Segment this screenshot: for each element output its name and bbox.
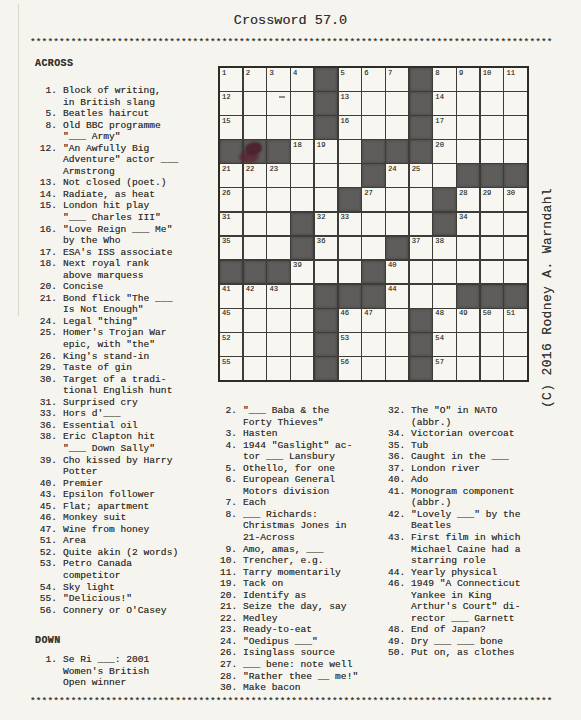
grid-cell-black [220, 140, 242, 163]
grid-cell-black [481, 164, 503, 187]
clue-number: 21. [35, 293, 57, 305]
grid-cell[interactable] [386, 333, 408, 356]
pencil-mark-artifact [279, 96, 285, 98]
clue-number: 10. [220, 555, 237, 567]
grid-cell[interactable] [315, 261, 337, 284]
grid-cell[interactable] [386, 357, 408, 380]
grid-cell[interactable]: 42 [244, 285, 266, 308]
clue: 8.Old BBC programme "___ Army" [35, 120, 221, 143]
cell-number: 43 [269, 285, 278, 293]
grid-cell[interactable]: 54 [433, 333, 455, 356]
grid-cell[interactable]: 31 [220, 213, 242, 236]
grid-cell[interactable] [291, 188, 313, 211]
clue-text: King's stand-in [63, 351, 149, 363]
grid-cell[interactable] [244, 188, 266, 211]
clue-number: 24. [35, 316, 57, 328]
grid-cell[interactable]: 56 [339, 357, 361, 380]
grid-cell-black [315, 309, 337, 332]
grid-cell[interactable] [267, 116, 289, 139]
clue-number: 34. [388, 428, 405, 440]
grid-cell[interactable] [362, 357, 384, 380]
clue: 50.Put on, as clothes [388, 647, 556, 659]
grid-cell[interactable] [504, 213, 526, 236]
grid-cell[interactable] [481, 237, 503, 260]
grid-cell[interactable] [386, 116, 408, 139]
clue-text: Block of writing, in British slang [63, 85, 161, 108]
clue-text: End of Japan? [411, 624, 486, 636]
cell-number: 55 [222, 358, 231, 366]
clue-number: 30. [35, 374, 57, 386]
grid-cell[interactable] [433, 261, 455, 284]
grid-cell-black [410, 116, 432, 139]
cell-number: 25 [412, 165, 421, 173]
cell-number: 13 [341, 93, 350, 101]
grid-cell[interactable]: 5 [339, 68, 361, 91]
clue: 24."Oedipus ___" [220, 636, 388, 648]
cell-number: 1 [222, 69, 226, 77]
grid-cell[interactable] [433, 285, 455, 308]
clue: 43.Epsilon follower [35, 489, 221, 501]
grid-cell[interactable] [504, 333, 526, 356]
grid-cell[interactable] [291, 164, 313, 187]
grid-cell[interactable]: 3 [267, 68, 289, 91]
clue-text: Essential oil [63, 420, 138, 432]
grid-cell[interactable]: 50 [481, 309, 503, 332]
grid-cell-black [410, 309, 432, 332]
clue: 29.Taste of gin [35, 362, 221, 374]
clue-number: 56. [35, 605, 57, 617]
clue-number: 13. [35, 177, 57, 189]
cell-number: 39 [293, 261, 302, 269]
grid-cell[interactable] [362, 333, 384, 356]
grid-cell[interactable]: 8 [433, 68, 455, 91]
grid-cell[interactable]: 16 [339, 116, 361, 139]
grid-cell[interactable]: 30 [504, 188, 526, 211]
clue-number: 26. [220, 647, 237, 659]
clue-number: 17. [35, 247, 57, 259]
grid-cell[interactable] [410, 261, 432, 284]
grid-cell[interactable] [291, 116, 313, 139]
grid-cell[interactable] [315, 188, 337, 211]
grid-cell[interactable] [504, 261, 526, 284]
clue: 28."Rather thee __ me!" [220, 671, 388, 683]
grid-cell[interactable] [339, 261, 361, 284]
cell-number: 56 [341, 358, 350, 366]
cell-number: 11 [506, 69, 515, 77]
grid-cell-black [410, 92, 432, 115]
grid-cell[interactable] [267, 213, 289, 236]
grid-cell[interactable] [457, 357, 479, 380]
grid-cell[interactable] [244, 309, 266, 332]
clue-number: 36. [388, 451, 405, 463]
grid-cell[interactable]: 57 [433, 357, 455, 380]
grid-cell[interactable]: 45 [220, 309, 242, 332]
clue-number: 7. [220, 497, 237, 509]
crossword-grid: 1234567891011121314151617181920212223242… [218, 66, 529, 382]
clue-number: 20. [35, 281, 57, 293]
clue: 33.Hors d'___ [35, 408, 221, 420]
cell-number: 21 [222, 165, 231, 173]
grid-cell[interactable]: 6 [362, 68, 384, 91]
grid-cell[interactable] [481, 140, 503, 163]
grid-cell[interactable]: 41 [220, 285, 242, 308]
cell-number: 3 [269, 69, 273, 77]
clue: 42."Lovely ___" by the Beatles [388, 509, 556, 532]
grid-cell-black [386, 140, 408, 163]
clue-number: 11. [220, 567, 237, 579]
clue-text: "Lovely ___" by the Beatles [411, 509, 520, 532]
clue-number: 48. [388, 624, 405, 636]
grid-cell[interactable]: 24 [386, 164, 408, 187]
grid-cell[interactable] [291, 357, 313, 380]
grid-cell[interactable] [362, 116, 384, 139]
grid-cell[interactable]: 18 [291, 140, 313, 163]
grid-cell[interactable]: 19 [315, 140, 337, 163]
clue: 5.Othello, for one [220, 463, 388, 475]
clue-number: 9. [220, 544, 237, 556]
grid-cell-black [339, 285, 361, 308]
clue-number: 5. [35, 108, 57, 120]
grid-cell[interactable] [504, 116, 526, 139]
across-clue-list: 1.Block of writing, in British slang5.Be… [35, 85, 221, 616]
clue-text: Hasten [243, 428, 278, 440]
clue-text: Tub [411, 440, 428, 452]
grid-cell-black [315, 92, 337, 115]
clue-text: Bond flick "The ___ Is Not Enough" [63, 293, 172, 316]
grid-cell[interactable]: 12 [220, 92, 242, 115]
grid-cell[interactable] [386, 213, 408, 236]
grid-cell[interactable] [244, 237, 266, 260]
grid-cell[interactable] [504, 140, 526, 163]
grid-cell[interactable] [386, 92, 408, 115]
cell-number: 20 [435, 141, 444, 149]
grid-cell[interactable]: 25 [410, 164, 432, 187]
clue-number: 29. [35, 362, 57, 374]
grid-cell[interactable]: 13 [339, 92, 361, 115]
clue: 13.Not closed (poet.) [35, 177, 221, 189]
grid-cell-black [457, 164, 479, 187]
clue: 4.1944 "Gaslight" ac- tor ___ Lansbury [220, 440, 388, 463]
clue-text: Monkey suit [63, 512, 126, 524]
clue-number: 20. [220, 590, 237, 602]
grid-cell-black [291, 213, 313, 236]
cell-number: 24 [388, 165, 397, 173]
grid-cell[interactable]: 47 [362, 309, 384, 332]
clue-number: 30. [220, 682, 237, 694]
grid-cell[interactable]: 48 [433, 309, 455, 332]
grid-cell[interactable]: 15 [220, 116, 242, 139]
grid-cell[interactable]: 37 [410, 237, 432, 260]
grid-cell[interactable]: 39 [291, 261, 313, 284]
grid-cell[interactable]: 2 [244, 68, 266, 91]
grid-cell[interactable]: 28 [457, 188, 479, 211]
clue-text: Premier [63, 478, 103, 490]
clue: 25.Homer's Trojan War epic, with "the" [35, 327, 221, 350]
grid-cell[interactable]: 55 [220, 357, 242, 380]
grid-cell[interactable]: 10 [481, 68, 503, 91]
clue-number: 26. [35, 351, 57, 363]
grid-cell[interactable]: 26 [220, 188, 242, 211]
clue: 18.Next royal rank above marquess [35, 258, 221, 281]
clue-number: 52. [35, 547, 57, 559]
grid-cell[interactable] [291, 285, 313, 308]
grid-cell[interactable]: 53 [339, 333, 361, 356]
grid-cell[interactable]: 27 [362, 188, 384, 211]
grid-cell-black [433, 213, 455, 236]
clue-text: Each [243, 497, 266, 509]
cell-number: 33 [341, 213, 350, 221]
grid-cell[interactable] [244, 213, 266, 236]
grid-cell[interactable]: 1 [220, 68, 242, 91]
grid-cell[interactable] [291, 309, 313, 332]
clue: 8.___ Richards: Christmas Jones in 21-Ac… [220, 509, 388, 544]
grid-cell[interactable] [457, 116, 479, 139]
clue: 11.Tarry momentarily [220, 567, 388, 579]
grid-cell[interactable] [291, 92, 313, 115]
grid-cell[interactable] [267, 309, 289, 332]
grid-cell[interactable] [433, 164, 455, 187]
clue-number: 42. [388, 509, 405, 521]
grid-cell[interactable]: 44 [386, 285, 408, 308]
clue-text: Othello, for one [243, 463, 335, 475]
down-clue-list-1: 1.Se Ri ___: 2001 Women's British Open w… [35, 654, 221, 689]
grid-cell[interactable] [267, 188, 289, 211]
clue-text: Tack on [243, 578, 283, 590]
grid-cell[interactable] [410, 213, 432, 236]
grid-cell-black [410, 68, 432, 91]
clue-text: Medley [243, 613, 278, 625]
grid-cell[interactable] [457, 237, 479, 260]
clue: 36.Caught in the ___ [388, 451, 556, 463]
grid-cell[interactable] [504, 92, 526, 115]
grid-cell[interactable]: 35 [220, 237, 242, 260]
cell-number: 47 [364, 309, 373, 317]
grid-cell-black [433, 188, 455, 211]
grid-cell[interactable] [410, 188, 432, 211]
cell-number: 9 [459, 69, 463, 77]
clue: 5.Beatles haircut [35, 108, 221, 120]
clue-number: 53. [35, 558, 57, 570]
grid-cell[interactable]: 40 [386, 261, 408, 284]
grid-cell[interactable] [267, 237, 289, 260]
grid-cell[interactable]: 46 [339, 309, 361, 332]
clue-number: 32. [388, 405, 405, 417]
cell-number: 5 [341, 69, 345, 77]
grid-cell[interactable]: 29 [481, 188, 503, 211]
clue-number: 47. [35, 524, 57, 536]
clue-text: Quite akin (2 words) [63, 547, 178, 559]
clue-text: Radiate, as heat [63, 189, 155, 201]
grid-cell[interactable] [339, 164, 361, 187]
clue-text: First film in which Michael Caine had a … [411, 532, 520, 567]
clue-number: 46. [388, 578, 405, 590]
grid-cell[interactable] [339, 237, 361, 260]
grid-cell[interactable] [481, 333, 503, 356]
grid-cell-black [315, 116, 337, 139]
grid-cell[interactable] [481, 213, 503, 236]
clue-number: 31. [35, 397, 57, 409]
grid-cell-black [244, 261, 266, 284]
grid-cell-black [220, 261, 242, 284]
clue-text: Legal "thing" [63, 316, 138, 328]
clue: 9.Amo, amas, ___ [220, 544, 388, 556]
clue-number: 40. [388, 474, 405, 486]
grid-cell[interactable] [244, 92, 266, 115]
grid-cell[interactable]: 36 [315, 237, 337, 260]
clue-number: 21. [220, 601, 237, 613]
grid-cell[interactable]: 22 [244, 164, 266, 187]
clue-text: Put on, as clothes [411, 647, 515, 659]
clue-text: Caught in the ___ [411, 451, 509, 463]
grid-cell[interactable]: 43 [267, 285, 289, 308]
clue: 21.Seize the day, say [220, 601, 388, 613]
clue-text: Epsilon follower [63, 489, 155, 501]
grid-cell[interactable] [362, 237, 384, 260]
grid-cell[interactable] [362, 92, 384, 115]
grid-cell[interactable] [481, 357, 503, 380]
grid-cell[interactable] [457, 92, 479, 115]
clue-text: Beatles haircut [63, 108, 149, 120]
clue-number: 37. [388, 463, 405, 475]
grid-cell[interactable]: 52 [220, 333, 242, 356]
cell-number: 37 [412, 237, 421, 245]
grid-cell[interactable]: 20 [433, 140, 455, 163]
clue: 51.Area [35, 535, 221, 547]
grid-cell[interactable] [315, 164, 337, 187]
grid-cell-black [339, 188, 361, 211]
grid-cell[interactable] [267, 333, 289, 356]
clue-number: 14. [35, 189, 57, 201]
cell-number: 10 [483, 69, 492, 77]
grid-cell[interactable]: 23 [267, 164, 289, 187]
grid-cell-black [362, 261, 384, 284]
grid-cell[interactable] [291, 333, 313, 356]
clue-number: 41. [388, 486, 405, 498]
grid-cell[interactable] [386, 309, 408, 332]
grid-cell-black [410, 333, 432, 356]
clue-text: Seize the day, say [243, 601, 347, 613]
clue-number: 49. [388, 636, 405, 648]
grid-cell-black [267, 261, 289, 284]
grid-cell[interactable] [244, 333, 266, 356]
clue: 39.Cho kissed by Harry Potter [35, 455, 221, 478]
grid-cell[interactable]: 38 [433, 237, 455, 260]
grid-cell[interactable]: 51 [504, 309, 526, 332]
clue: 54.Sky light [35, 582, 221, 594]
clue-text: Connery or O'Casey [63, 605, 167, 617]
clue-text: ___ bene: note well [243, 659, 352, 671]
cell-number: 26 [222, 189, 231, 197]
clue-number: 40. [35, 478, 57, 490]
grid-cell[interactable] [481, 92, 503, 115]
grid-cell[interactable] [244, 116, 266, 139]
cell-number: 15 [222, 117, 231, 125]
grid-cell[interactable]: 14 [433, 92, 455, 115]
grid-cell[interactable]: 4 [291, 68, 313, 91]
cell-number: 23 [269, 165, 278, 173]
clue-number: 43. [35, 489, 57, 501]
clue-number: 6. [220, 474, 237, 486]
clue-text: Target of a tradi- tional English hunt [63, 374, 172, 397]
grid-cell[interactable]: 21 [220, 164, 242, 187]
grid-cell[interactable]: 33 [339, 213, 361, 236]
grid-cell-black [481, 285, 503, 308]
grid-cell[interactable]: 32 [315, 213, 337, 236]
grid-cell[interactable] [386, 188, 408, 211]
grid-cell[interactable] [457, 261, 479, 284]
clue-text: Ado [411, 474, 428, 486]
grid-cell[interactable] [504, 237, 526, 260]
clue-text: "Love Reign ___ Me" by the Who [63, 224, 172, 247]
grid-cell[interactable]: 34 [457, 213, 479, 236]
grid-cell[interactable] [267, 357, 289, 380]
clue: 19.Tack on [220, 578, 388, 590]
cell-number: 51 [506, 309, 515, 317]
clue: 38.Eric Clapton hit "___ Down Sally" [35, 431, 221, 454]
across-header: ACROSS [35, 58, 73, 69]
grid-cell[interactable]: 11 [504, 68, 526, 91]
clue: 47.Wine from honey [35, 524, 221, 536]
grid-cell[interactable] [457, 140, 479, 163]
grid-cell[interactable] [244, 357, 266, 380]
grid-cell[interactable]: 49 [457, 309, 479, 332]
grid-cell[interactable] [457, 333, 479, 356]
grid-cell[interactable] [362, 213, 384, 236]
clue-number: 28. [220, 671, 237, 683]
page-edge-line [18, 4, 19, 316]
grid-cell[interactable] [410, 285, 432, 308]
cell-number: 28 [459, 189, 468, 197]
clue: 32.The "O" in NATO (abbr.) [388, 405, 556, 428]
cell-number: 44 [388, 285, 397, 293]
clue: 52.Quite akin (2 words) [35, 547, 221, 559]
grid-cell[interactable] [481, 261, 503, 284]
clue: 35.Tub [388, 440, 556, 452]
clue-text: Not closed (poet.) [63, 177, 167, 189]
cell-number: 14 [435, 93, 444, 101]
clue-text: ESA's ISS associate [63, 247, 172, 259]
grid-cell[interactable]: 17 [433, 116, 455, 139]
clue: 31.Surprised cry [35, 397, 221, 409]
clue: 53.Petro Canada competitor [35, 558, 221, 581]
clue-number: 35. [388, 440, 405, 452]
grid-cell[interactable]: 9 [457, 68, 479, 91]
clue: 45.Flat; apartment [35, 501, 221, 513]
grid-cell[interactable] [481, 116, 503, 139]
clue-text: Dry ___ ___ bone [411, 636, 503, 648]
clue-number: 5. [220, 463, 237, 475]
clue-number: 55. [35, 593, 57, 605]
clue-text: Next royal rank above marquess [63, 258, 149, 281]
clue-number: 45. [35, 501, 57, 513]
clue-text: Wine from honey [63, 524, 149, 536]
clue-number: 44. [388, 567, 405, 579]
grid-cell[interactable]: 7 [386, 68, 408, 91]
clue: 17.ESA's ISS associate [35, 247, 221, 259]
clue-text: "Oedipus ___" [243, 636, 318, 648]
grid-cell[interactable] [504, 357, 526, 380]
cell-number: 8 [435, 69, 439, 77]
clue: 20.Concise [35, 281, 221, 293]
clue: 3.Hasten [220, 428, 388, 440]
clue: 26.King's stand-in [35, 351, 221, 363]
grid-cell[interactable] [339, 140, 361, 163]
cell-number: 48 [435, 309, 444, 317]
cell-number: 54 [435, 334, 444, 342]
page-title: Crossword 57.0 [0, 13, 581, 28]
clue-text: Area [63, 535, 86, 547]
clue: 34.Victorian overcoat [388, 428, 556, 440]
